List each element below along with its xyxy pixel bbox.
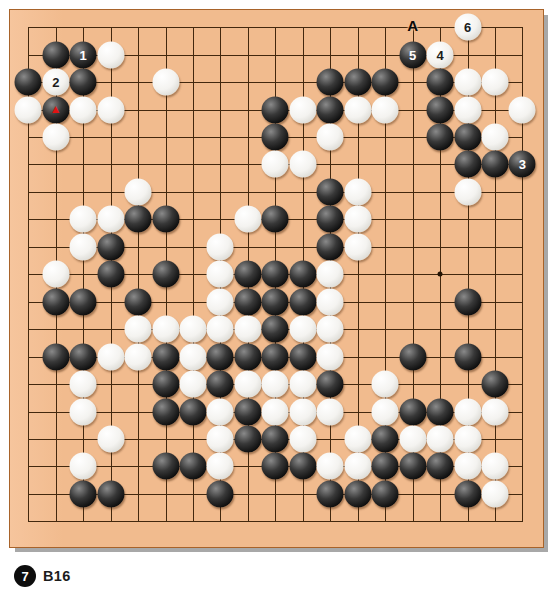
stone-black: [262, 261, 289, 288]
stone-black: [15, 69, 42, 96]
stone-black: [399, 398, 426, 425]
stone-white: [234, 206, 261, 233]
stone-black: [317, 206, 344, 233]
stone-white: [97, 425, 124, 452]
stone-black: [152, 261, 179, 288]
stone-white: [317, 124, 344, 151]
stone-black: [317, 480, 344, 507]
stone-white: [344, 425, 371, 452]
stone-white: [125, 178, 152, 205]
stone-black: [317, 178, 344, 205]
move-number-label: 4: [436, 47, 443, 62]
stone-black: [454, 480, 481, 507]
stone-black: [427, 69, 454, 96]
stone-black: 3: [509, 151, 536, 178]
stone-white: [70, 206, 97, 233]
stone-white: [289, 96, 316, 123]
move-number-label: 2: [52, 75, 59, 90]
stone-white: [454, 453, 481, 480]
move-number-label: 1: [80, 47, 87, 62]
stone-white: [152, 316, 179, 343]
stone-white: [207, 288, 234, 315]
stone-black: [97, 233, 124, 260]
stone-black: [262, 343, 289, 370]
stone-black: [152, 371, 179, 398]
stone-black: [180, 453, 207, 480]
stone-white: [509, 96, 536, 123]
stone-black: ▲: [42, 96, 69, 123]
stone-white: [344, 453, 371, 480]
stone-black: [344, 480, 371, 507]
go-board[interactable]: 61542▲3A: [9, 9, 544, 548]
stone-black: [180, 398, 207, 425]
stone-white: [70, 453, 97, 480]
stone-white: [454, 178, 481, 205]
stone-black: [42, 41, 69, 68]
stone-white: [262, 151, 289, 178]
stone-white: [207, 261, 234, 288]
stone-white: [97, 343, 124, 370]
stone-black: [234, 288, 261, 315]
stone-white: [454, 69, 481, 96]
stone-black: [97, 480, 124, 507]
stone-black: [399, 343, 426, 370]
stone-black: [152, 453, 179, 480]
stone-black: [427, 124, 454, 151]
caption-move-circle: 7: [14, 565, 36, 587]
stone-white: [152, 69, 179, 96]
stone-white: [207, 233, 234, 260]
stone-white: [399, 425, 426, 452]
stone-white: [42, 261, 69, 288]
stone-white: [344, 233, 371, 260]
stone-white: [97, 96, 124, 123]
stone-white: [454, 398, 481, 425]
stone-black: [317, 96, 344, 123]
stone-white: [481, 69, 508, 96]
stone-white: [481, 124, 508, 151]
stone-white: [317, 288, 344, 315]
stone-white: [289, 371, 316, 398]
stone-black: [317, 69, 344, 96]
stone-white: [317, 316, 344, 343]
stone-black: 5: [399, 41, 426, 68]
stone-black: [152, 206, 179, 233]
stone-black: [262, 453, 289, 480]
stone-white: [317, 398, 344, 425]
star-point: [438, 272, 443, 277]
stone-black: [70, 480, 97, 507]
stone-black: [399, 453, 426, 480]
stone-white: 2: [42, 69, 69, 96]
stone-black: [70, 288, 97, 315]
stone-black: [207, 480, 234, 507]
stone-white: [372, 398, 399, 425]
stone-black: [234, 343, 261, 370]
stone-white: [70, 96, 97, 123]
stone-white: [481, 453, 508, 480]
stone-white: [427, 425, 454, 452]
stone-white: [70, 233, 97, 260]
stone-black: [454, 151, 481, 178]
stone-black: [372, 480, 399, 507]
stone-black: [234, 425, 261, 452]
caption-move-number: 7: [21, 569, 28, 584]
board-letter-label: A: [407, 17, 418, 34]
stone-white: [125, 316, 152, 343]
stone-black: [70, 69, 97, 96]
grid-line: [495, 27, 496, 522]
stone-black: [344, 69, 371, 96]
stone-white: [289, 425, 316, 452]
stone-black: [481, 371, 508, 398]
stone-black: [454, 124, 481, 151]
stone-white: [234, 316, 261, 343]
stone-black: [207, 371, 234, 398]
stone-white: [97, 206, 124, 233]
stone-white: [289, 398, 316, 425]
stone-white: [207, 316, 234, 343]
stone-white: [70, 371, 97, 398]
move-number-label: 6: [464, 20, 471, 35]
stone-black: [372, 69, 399, 96]
stone-white: [372, 96, 399, 123]
stone-black: [372, 453, 399, 480]
stone-white: [344, 178, 371, 205]
stone-black: [152, 398, 179, 425]
stone-white: [180, 316, 207, 343]
stone-white: 6: [454, 14, 481, 41]
stone-white: [317, 261, 344, 288]
stone-white: [125, 343, 152, 370]
stone-black: [427, 453, 454, 480]
stone-white: [207, 425, 234, 452]
stone-white: [207, 453, 234, 480]
stone-black: [262, 425, 289, 452]
stone-black: [481, 151, 508, 178]
stone-black: [427, 398, 454, 425]
stone-black: [97, 261, 124, 288]
stone-black: [234, 398, 261, 425]
grid-line: [28, 521, 523, 522]
caption: 7 B16: [14, 564, 71, 588]
stone-white: [289, 316, 316, 343]
caption-coordinate: B16: [43, 568, 71, 584]
stone-white: [289, 151, 316, 178]
stone-black: [289, 288, 316, 315]
stone-white: [372, 371, 399, 398]
stone-black: [234, 261, 261, 288]
stone-black: [262, 316, 289, 343]
stone-white: [97, 41, 124, 68]
stone-white: [317, 343, 344, 370]
stone-white: [454, 96, 481, 123]
move-number-label: 3: [519, 157, 526, 172]
stone-black: [207, 343, 234, 370]
stone-black: [125, 206, 152, 233]
stone-black: [317, 233, 344, 260]
stone-black: [289, 343, 316, 370]
stone-white: [344, 96, 371, 123]
stone-white: [454, 425, 481, 452]
stone-black: [317, 371, 344, 398]
stone-black: [372, 425, 399, 452]
stone-white: [262, 371, 289, 398]
move-number-label: 5: [409, 47, 416, 62]
stone-white: [70, 398, 97, 425]
stone-white: [262, 398, 289, 425]
triangle-marker-icon: ▲: [50, 103, 62, 115]
stone-black: [454, 288, 481, 315]
stone-white: [207, 398, 234, 425]
stone-white: [234, 371, 261, 398]
stone-white: [15, 96, 42, 123]
stone-black: [42, 343, 69, 370]
stone-black: [42, 288, 69, 315]
stone-black: [70, 343, 97, 370]
stone-white: [180, 343, 207, 370]
stone-white: [481, 398, 508, 425]
stone-white: 4: [427, 41, 454, 68]
stone-white: [42, 124, 69, 151]
stone-black: [289, 261, 316, 288]
stone-black: [289, 453, 316, 480]
stone-black: [125, 288, 152, 315]
stone-white: [180, 371, 207, 398]
stone-black: 1: [70, 41, 97, 68]
stone-black: [262, 206, 289, 233]
stone-white: [344, 206, 371, 233]
stone-black: [152, 343, 179, 370]
stone-black: [262, 124, 289, 151]
stone-black: [262, 288, 289, 315]
stone-black: [454, 343, 481, 370]
stone-black: [262, 96, 289, 123]
stone-white: [481, 480, 508, 507]
stone-white: [317, 453, 344, 480]
stone-black: [427, 96, 454, 123]
